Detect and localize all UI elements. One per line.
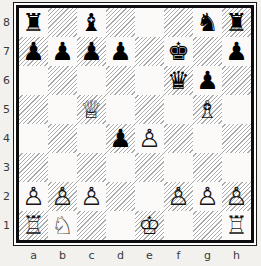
- square-g6[interactable]: ♟: [193, 66, 222, 95]
- piece-white-pawn: ♙: [48, 182, 77, 211]
- square-e5[interactable]: [135, 95, 164, 124]
- board-border: ♜♝♞♜♟♟♟♟♚♟♛♟♕♗♟♙♙♙♙♙♙♙♖♘♔♖: [16, 5, 254, 243]
- square-a6[interactable]: [19, 66, 48, 95]
- square-h3[interactable]: [222, 153, 251, 182]
- rank-label-2: 2: [0, 182, 13, 211]
- piece-black-bishop: ♝: [77, 8, 106, 37]
- square-c1[interactable]: [77, 211, 106, 240]
- square-c3[interactable]: [77, 153, 106, 182]
- square-h1[interactable]: ♖: [222, 211, 251, 240]
- square-d5[interactable]: [106, 95, 135, 124]
- square-c4[interactable]: [77, 124, 106, 153]
- piece-white-knight: ♘: [48, 211, 77, 240]
- piece-black-pawn: ♟: [193, 66, 222, 95]
- file-label-a: a: [19, 249, 48, 262]
- piece-white-king: ♔: [135, 211, 164, 240]
- file-label-c: c: [77, 249, 106, 262]
- square-h2[interactable]: ♙: [222, 182, 251, 211]
- chess-diagram: 87654321 ♜♝♞♜♟♟♟♟♚♟♛♟♕♗♟♙♙♙♙♙♙♙♖♘♔♖ abcd…: [0, 0, 261, 262]
- square-c7[interactable]: ♟: [77, 37, 106, 66]
- rank-label-6: 6: [0, 66, 13, 95]
- square-c5[interactable]: ♕: [77, 95, 106, 124]
- piece-black-king: ♚: [164, 37, 193, 66]
- square-d2[interactable]: [106, 182, 135, 211]
- rank-label-3: 3: [0, 153, 13, 182]
- square-b7[interactable]: ♟: [48, 37, 77, 66]
- square-a8[interactable]: ♜: [19, 8, 48, 37]
- square-b5[interactable]: [48, 95, 77, 124]
- rank-label-8: 8: [0, 8, 13, 37]
- square-g4[interactable]: [193, 124, 222, 153]
- square-h8[interactable]: ♜: [222, 8, 251, 37]
- square-g5[interactable]: ♗: [193, 95, 222, 124]
- piece-black-pawn: ♟: [19, 37, 48, 66]
- rank-labels: 87654321: [0, 8, 13, 240]
- piece-black-rook: ♜: [19, 8, 48, 37]
- square-d8[interactable]: [106, 8, 135, 37]
- square-f6[interactable]: ♛: [164, 66, 193, 95]
- square-a7[interactable]: ♟: [19, 37, 48, 66]
- square-c6[interactable]: [77, 66, 106, 95]
- piece-black-pawn: ♟: [48, 37, 77, 66]
- piece-black-rook: ♜: [222, 8, 251, 37]
- square-f4[interactable]: [164, 124, 193, 153]
- file-label-b: b: [48, 249, 77, 262]
- square-h6[interactable]: [222, 66, 251, 95]
- square-e1[interactable]: ♔: [135, 211, 164, 240]
- square-f1[interactable]: [164, 211, 193, 240]
- chess-board[interactable]: ♜♝♞♜♟♟♟♟♚♟♛♟♕♗♟♙♙♙♙♙♙♙♖♘♔♖: [19, 8, 251, 240]
- square-g1[interactable]: [193, 211, 222, 240]
- square-c2[interactable]: ♙: [77, 182, 106, 211]
- piece-black-pawn: ♟: [106, 37, 135, 66]
- file-label-h: h: [222, 249, 251, 262]
- square-e6[interactable]: [135, 66, 164, 95]
- piece-white-queen: ♕: [77, 95, 106, 124]
- piece-white-rook: ♖: [19, 211, 48, 240]
- file-label-g: g: [193, 249, 222, 262]
- piece-white-pawn: ♙: [164, 182, 193, 211]
- square-g3[interactable]: [193, 153, 222, 182]
- piece-white-pawn: ♙: [193, 182, 222, 211]
- rank-label-4: 4: [0, 124, 13, 153]
- piece-white-pawn: ♙: [19, 182, 48, 211]
- rank-label-5: 5: [0, 95, 13, 124]
- rank-label-7: 7: [0, 37, 13, 66]
- piece-white-pawn: ♙: [135, 124, 164, 153]
- square-f5[interactable]: [164, 95, 193, 124]
- square-d6[interactable]: [106, 66, 135, 95]
- square-e7[interactable]: [135, 37, 164, 66]
- square-b4[interactable]: [48, 124, 77, 153]
- board-frame: ♜♝♞♜♟♟♟♟♚♟♛♟♕♗♟♙♙♙♙♙♙♙♖♘♔♖: [13, 2, 257, 246]
- square-g8[interactable]: ♞: [193, 8, 222, 37]
- square-d1[interactable]: [106, 211, 135, 240]
- square-h4[interactable]: [222, 124, 251, 153]
- rank-label-1: 1: [0, 211, 13, 240]
- piece-black-pawn: ♟: [77, 37, 106, 66]
- square-b3[interactable]: [48, 153, 77, 182]
- piece-black-knight: ♞: [193, 8, 222, 37]
- square-f8[interactable]: [164, 8, 193, 37]
- square-b2[interactable]: ♙: [48, 182, 77, 211]
- piece-white-rook: ♖: [222, 211, 251, 240]
- square-f7[interactable]: ♚: [164, 37, 193, 66]
- piece-white-pawn: ♙: [77, 182, 106, 211]
- square-a5[interactable]: [19, 95, 48, 124]
- square-a1[interactable]: ♖: [19, 211, 48, 240]
- square-h7[interactable]: ♟: [222, 37, 251, 66]
- square-g2[interactable]: ♙: [193, 182, 222, 211]
- piece-black-pawn: ♟: [222, 37, 251, 66]
- file-label-e: e: [135, 249, 164, 262]
- square-d7[interactable]: ♟: [106, 37, 135, 66]
- square-a3[interactable]: [19, 153, 48, 182]
- square-e2[interactable]: [135, 182, 164, 211]
- square-c8[interactable]: ♝: [77, 8, 106, 37]
- piece-white-bishop: ♗: [193, 95, 222, 124]
- square-g7[interactable]: [193, 37, 222, 66]
- square-f3[interactable]: [164, 153, 193, 182]
- square-a4[interactable]: [19, 124, 48, 153]
- file-labels: abcdefgh: [19, 249, 261, 262]
- file-label-f: f: [164, 249, 193, 262]
- square-e4[interactable]: ♙: [135, 124, 164, 153]
- square-d4[interactable]: ♟: [106, 124, 135, 153]
- square-b1[interactable]: ♘: [48, 211, 77, 240]
- square-b8[interactable]: [48, 8, 77, 37]
- square-e3[interactable]: [135, 153, 164, 182]
- square-d3[interactable]: [106, 153, 135, 182]
- piece-black-queen: ♛: [164, 66, 193, 95]
- square-h5[interactable]: [222, 95, 251, 124]
- square-a2[interactable]: ♙: [19, 182, 48, 211]
- board-with-rank-labels: 87654321 ♜♝♞♜♟♟♟♟♚♟♛♟♕♗♟♙♙♙♙♙♙♙♖♘♔♖: [0, 2, 261, 246]
- piece-black-pawn: ♟: [106, 124, 135, 153]
- square-f2[interactable]: ♙: [164, 182, 193, 211]
- file-label-d: d: [106, 249, 135, 262]
- square-e8[interactable]: [135, 8, 164, 37]
- piece-white-pawn: ♙: [222, 182, 251, 211]
- square-b6[interactable]: [48, 66, 77, 95]
